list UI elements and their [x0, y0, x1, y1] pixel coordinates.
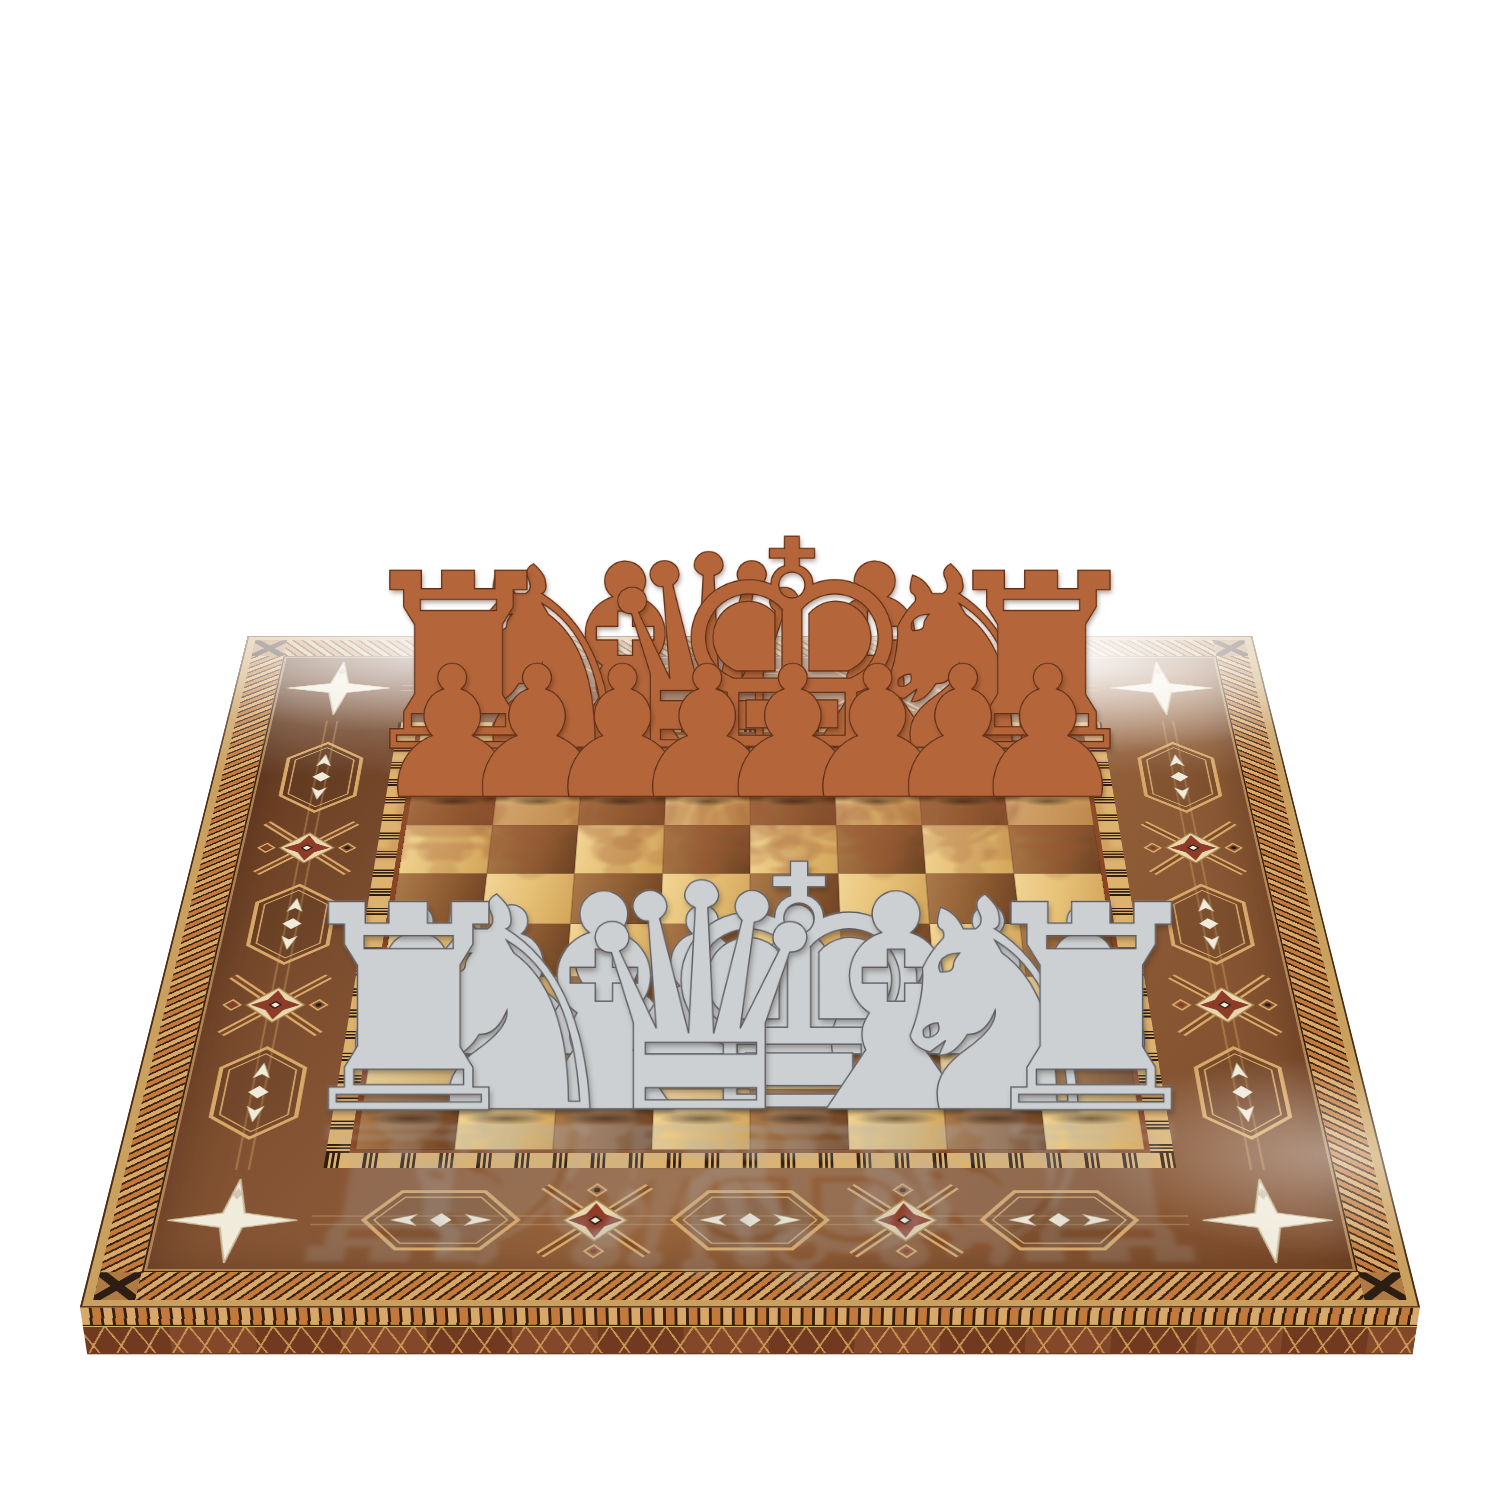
knight-glyph: ♞ — [389, 563, 693, 759]
piece-contact-shadow — [413, 795, 492, 808]
rook-glyph: ♜ — [889, 569, 1193, 759]
pawn-glyph: ♟ — [722, 662, 1033, 804]
perspective-scene: ♜♜♞♞♝♝♛♛♚♚♝♝♞♞♜♜♟♟♟♟♟♟♟♟♟♟♟♟♟♟♟♟♟♟♟♟♟♟♟♟… — [135, 151, 1365, 1381]
pawn-glyph: ♟ — [637, 662, 948, 804]
piece-contact-shadow — [407, 750, 511, 763]
scene-scale-wrapper: ♜♜♞♞♝♝♛♛♚♚♝♝♞♞♜♜♟♟♟♟♟♟♟♟♟♟♟♟♟♟♟♟♟♟♟♟♟♟♟♟… — [135, 151, 1365, 1381]
square-h7[interactable]: ♟♟ — [1002, 779, 1093, 825]
square-h1[interactable]: ♜♜ — [1039, 1089, 1145, 1150]
chessboard-grid: ♜♜♞♞♝♝♛♛♚♚♝♝♞♞♜♜♟♟♟♟♟♟♟♟♟♟♟♟♟♟♟♟♟♟♟♟♟♟♟♟… — [355, 735, 1144, 1150]
mosaic-border-art-top — [396, 656, 1105, 720]
square-a7[interactable]: ♟♟ — [406, 779, 497, 825]
knight-glyph: ♞ — [806, 563, 1110, 759]
piece-contact-shadow — [990, 750, 1094, 763]
piece-contact-shadow — [741, 750, 843, 763]
piece-contact-shadow — [657, 750, 759, 763]
pawn-glyph: ♟ — [382, 662, 693, 804]
bishop-glyph: ♝ — [723, 560, 1027, 759]
square-d8[interactable]: ♛♛ — [666, 735, 750, 779]
square-b8[interactable]: ♞♞ — [498, 735, 586, 779]
ruler-inlay-band — [397, 722, 1104, 732]
queen-glyph: ♛ — [556, 550, 860, 759]
rook-glyph: ♜ — [913, 900, 1269, 1122]
square-e8[interactable]: ♚♚ — [750, 735, 834, 779]
piece-contact-shadow — [1008, 795, 1087, 808]
square-h8[interactable]: ♜♜ — [997, 735, 1086, 779]
pawn-glyph: ♟ — [297, 662, 608, 804]
pawn-glyph: ♟ — [467, 662, 778, 804]
product-photo-canvas: ♜♜♞♞♝♝♛♛♚♚♝♝♞♞♜♜♟♟♟♟♟♟♟♟♟♟♟♟♟♟♟♟♟♟♟♟♟♟♟♟… — [0, 0, 1500, 1500]
rim-corner-mosaic — [252, 640, 288, 656]
piece-contact-shadow — [574, 750, 677, 763]
king-glyph: ♚ — [639, 535, 943, 759]
rook-glyph: ♜ — [230, 900, 586, 1122]
chess-board: ♜♜♞♞♝♝♛♛♚♚♝♝♞♞♜♜♟♟♟♟♟♟♟♟♟♟♟♟♟♟♟♟♟♟♟♟♟♟♟♟… — [80, 636, 1420, 1308]
pawn-glyph: ♟ — [892, 662, 1203, 804]
square-g8[interactable]: ♞♞ — [915, 735, 1003, 779]
piece-contact-shadow — [498, 795, 577, 808]
square-f8[interactable]: ♝♝ — [832, 735, 918, 779]
board-top-face: ♜♜♞♞♝♝♛♛♚♚♝♝♞♞♜♜♟♟♟♟♟♟♟♟♟♟♟♟♟♟♟♟♟♟♟♟♟♟♟♟… — [80, 636, 1420, 1308]
square-a8[interactable]: ♜♜ — [413, 735, 502, 779]
bishop-glyph: ♝ — [473, 560, 777, 759]
rim-corner-mosaic — [1213, 640, 1249, 656]
pawn-glyph: ♟ — [552, 662, 863, 804]
piece-contact-shadow — [907, 750, 1010, 763]
pawn-glyph: ♟ — [807, 662, 1118, 804]
square-c8[interactable]: ♝♝ — [582, 735, 668, 779]
herringbone-band-top — [252, 640, 1249, 656]
piece-contact-shadow — [490, 750, 593, 763]
corner-star-inlay — [1093, 656, 1231, 720]
piece-reflection: ♜ — [913, 1117, 1299, 1263]
rook-glyph: ♜ — [306, 569, 610, 759]
piece-contact-shadow — [824, 750, 927, 763]
corner-star-inlay — [269, 656, 407, 720]
